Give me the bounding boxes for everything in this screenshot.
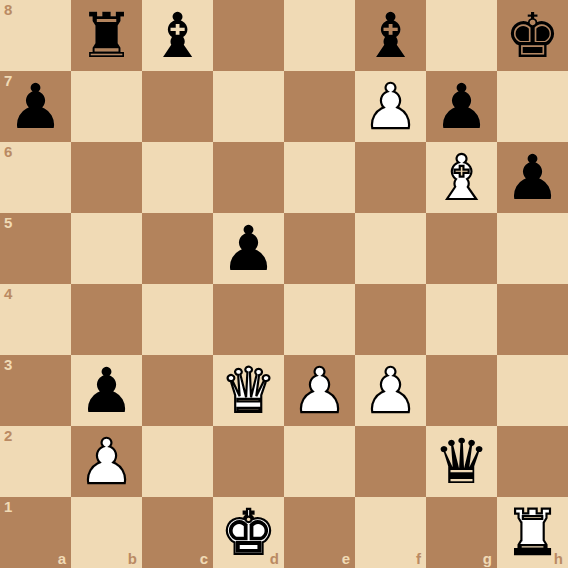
square-b7[interactable]: [71, 71, 142, 142]
square-f6[interactable]: [355, 142, 426, 213]
square-d5[interactable]: ♟: [213, 213, 284, 284]
piece-black-rook[interactable]: ♜: [71, 0, 142, 71]
square-d7[interactable]: [213, 71, 284, 142]
square-g2[interactable]: ♛: [426, 426, 497, 497]
square-f4[interactable]: [355, 284, 426, 355]
square-h6[interactable]: ♟: [497, 142, 568, 213]
piece-black-king[interactable]: ♚: [497, 0, 568, 71]
rank-label-5: 5: [4, 214, 12, 231]
square-d2[interactable]: [213, 426, 284, 497]
chess-board: 8♜♝♝♚7♟♟♟6♝♟5♟43♟♛♟♟2♟♛1abcd♚efgh♜: [0, 0, 568, 568]
rank-label-2: 2: [4, 427, 12, 444]
square-g1[interactable]: g: [426, 497, 497, 568]
piece-white-pawn[interactable]: ♟: [355, 71, 426, 142]
square-c6[interactable]: [142, 142, 213, 213]
piece-white-pawn[interactable]: ♟: [71, 426, 142, 497]
square-a4[interactable]: 4: [0, 284, 71, 355]
square-g3[interactable]: [426, 355, 497, 426]
square-f7[interactable]: ♟: [355, 71, 426, 142]
square-f3[interactable]: ♟: [355, 355, 426, 426]
square-e4[interactable]: [284, 284, 355, 355]
square-e7[interactable]: [284, 71, 355, 142]
square-d3[interactable]: ♛: [213, 355, 284, 426]
file-label-g: g: [483, 550, 492, 567]
piece-black-pawn[interactable]: ♟: [426, 71, 497, 142]
square-a1[interactable]: 1a: [0, 497, 71, 568]
square-e5[interactable]: [284, 213, 355, 284]
piece-black-queen[interactable]: ♛: [426, 426, 497, 497]
rank-label-4: 4: [4, 285, 12, 302]
square-h1[interactable]: h♜: [497, 497, 568, 568]
square-d1[interactable]: d♚: [213, 497, 284, 568]
square-e2[interactable]: [284, 426, 355, 497]
square-c3[interactable]: [142, 355, 213, 426]
piece-black-pawn[interactable]: ♟: [71, 355, 142, 426]
square-c4[interactable]: [142, 284, 213, 355]
square-c2[interactable]: [142, 426, 213, 497]
square-c7[interactable]: [142, 71, 213, 142]
rank-label-3: 3: [4, 356, 12, 373]
square-g8[interactable]: [426, 0, 497, 71]
square-a8[interactable]: 8: [0, 0, 71, 71]
file-label-f: f: [416, 550, 421, 567]
rank-label-1: 1: [4, 498, 12, 515]
rank-label-6: 6: [4, 143, 12, 160]
file-label-a: a: [58, 550, 66, 567]
piece-black-bishop[interactable]: ♝: [355, 0, 426, 71]
square-e8[interactable]: [284, 0, 355, 71]
file-label-c: c: [200, 550, 208, 567]
square-a7[interactable]: 7♟: [0, 71, 71, 142]
square-a2[interactable]: 2: [0, 426, 71, 497]
square-h3[interactable]: [497, 355, 568, 426]
piece-black-bishop[interactable]: ♝: [142, 0, 213, 71]
piece-black-pawn[interactable]: ♟: [497, 142, 568, 213]
square-g4[interactable]: [426, 284, 497, 355]
square-c8[interactable]: ♝: [142, 0, 213, 71]
file-label-e: e: [342, 550, 350, 567]
piece-black-pawn[interactable]: ♟: [213, 213, 284, 284]
square-c5[interactable]: [142, 213, 213, 284]
square-b2[interactable]: ♟: [71, 426, 142, 497]
square-b3[interactable]: ♟: [71, 355, 142, 426]
square-a3[interactable]: 3: [0, 355, 71, 426]
square-b4[interactable]: [71, 284, 142, 355]
piece-white-queen[interactable]: ♛: [213, 355, 284, 426]
square-b1[interactable]: b: [71, 497, 142, 568]
square-d4[interactable]: [213, 284, 284, 355]
square-a5[interactable]: 5: [0, 213, 71, 284]
square-e3[interactable]: ♟: [284, 355, 355, 426]
square-h4[interactable]: [497, 284, 568, 355]
square-b8[interactable]: ♜: [71, 0, 142, 71]
square-g7[interactable]: ♟: [426, 71, 497, 142]
square-h5[interactable]: [497, 213, 568, 284]
square-h8[interactable]: ♚: [497, 0, 568, 71]
square-c1[interactable]: c: [142, 497, 213, 568]
piece-white-pawn[interactable]: ♟: [355, 355, 426, 426]
piece-black-pawn[interactable]: ♟: [0, 71, 71, 142]
square-f1[interactable]: f: [355, 497, 426, 568]
rank-label-8: 8: [4, 1, 12, 18]
square-b6[interactable]: [71, 142, 142, 213]
square-f5[interactable]: [355, 213, 426, 284]
piece-white-rook[interactable]: ♜: [497, 497, 568, 568]
square-d8[interactable]: [213, 0, 284, 71]
square-e1[interactable]: e: [284, 497, 355, 568]
file-label-b: b: [128, 550, 137, 567]
piece-white-pawn[interactable]: ♟: [284, 355, 355, 426]
square-a6[interactable]: 6: [0, 142, 71, 213]
square-f2[interactable]: [355, 426, 426, 497]
piece-white-king[interactable]: ♚: [213, 497, 284, 568]
square-d6[interactable]: [213, 142, 284, 213]
square-b5[interactable]: [71, 213, 142, 284]
square-e6[interactable]: [284, 142, 355, 213]
square-g5[interactable]: [426, 213, 497, 284]
piece-white-bishop[interactable]: ♝: [426, 142, 497, 213]
square-h7[interactable]: [497, 71, 568, 142]
square-f8[interactable]: ♝: [355, 0, 426, 71]
square-g6[interactable]: ♝: [426, 142, 497, 213]
square-h2[interactable]: [497, 426, 568, 497]
